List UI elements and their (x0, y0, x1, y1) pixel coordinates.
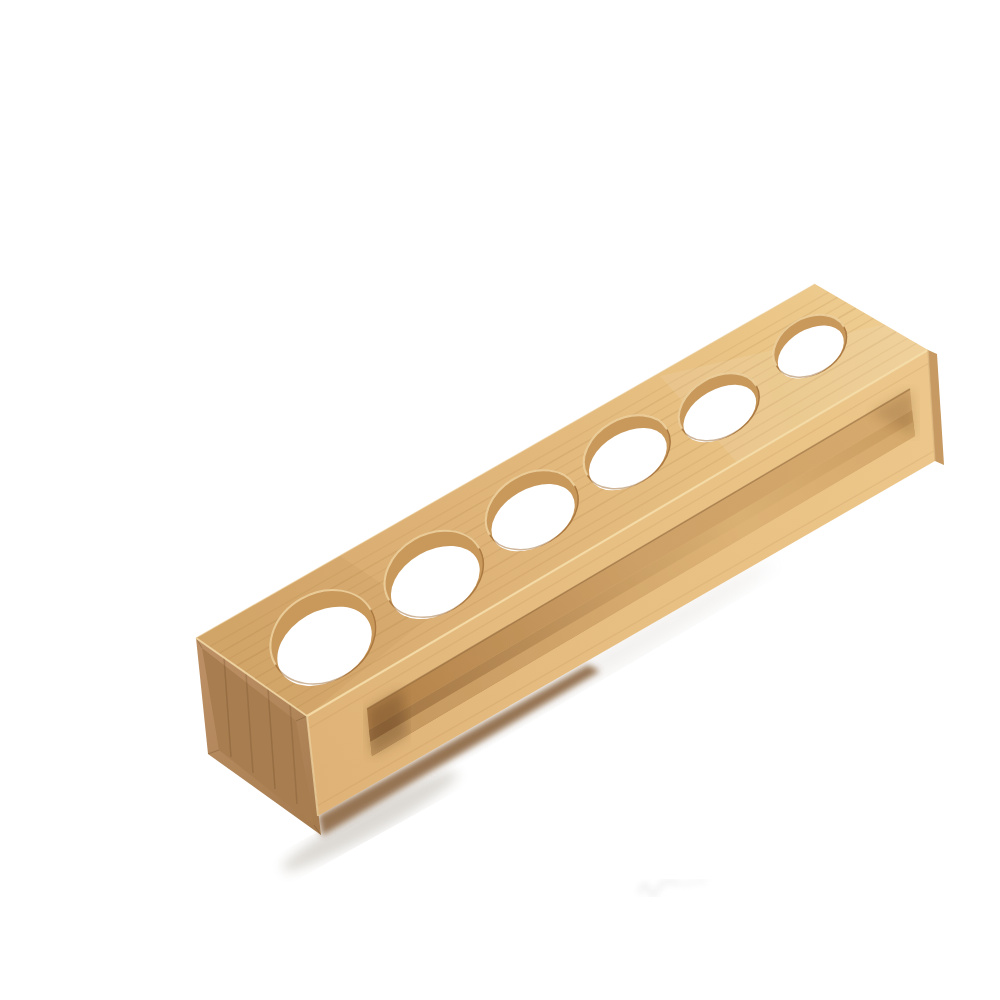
bamboo-rack-illustration (40, 16, 1000, 1000)
watermark-smudge (640, 881, 706, 895)
product-photo: Product photo of an empty bamboo wood ra… (40, 16, 1000, 1000)
bamboo-rack (196, 284, 944, 836)
